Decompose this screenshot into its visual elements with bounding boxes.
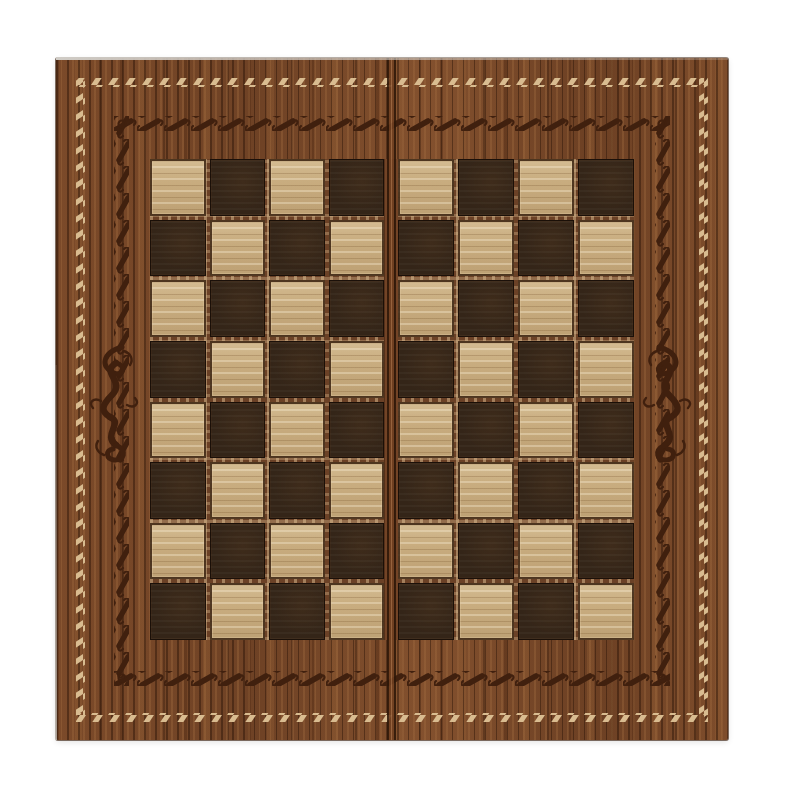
- square-h2[interactable]: [578, 523, 634, 580]
- square-g8[interactable]: [518, 159, 574, 216]
- square-h6[interactable]: [578, 280, 634, 337]
- square-a5[interactable]: [150, 341, 206, 398]
- board-left-edge: [55, 365, 57, 740]
- square-g2[interactable]: [518, 523, 574, 580]
- square-b5[interactable]: [210, 341, 266, 398]
- square-f1[interactable]: [458, 583, 514, 640]
- square-b4[interactable]: [210, 402, 266, 459]
- square-e8[interactable]: [398, 159, 454, 216]
- square-a7[interactable]: [150, 220, 206, 277]
- fold-seam: [387, 58, 396, 740]
- square-c6[interactable]: [269, 280, 325, 337]
- square-g3[interactable]: [518, 462, 574, 519]
- square-a6[interactable]: [150, 280, 206, 337]
- square-e2[interactable]: [398, 523, 454, 580]
- square-a2[interactable]: [150, 523, 206, 580]
- square-f8[interactable]: [458, 159, 514, 216]
- square-f2[interactable]: [458, 523, 514, 580]
- square-c4[interactable]: [269, 402, 325, 459]
- square-d7[interactable]: [329, 220, 385, 277]
- square-d6[interactable]: [329, 280, 385, 337]
- square-d1[interactable]: [329, 583, 385, 640]
- board-left-half: [150, 159, 384, 640]
- square-h5[interactable]: [578, 341, 634, 398]
- square-b1[interactable]: [210, 583, 266, 640]
- square-e7[interactable]: [398, 220, 454, 277]
- square-e6[interactable]: [398, 280, 454, 337]
- square-h7[interactable]: [578, 220, 634, 277]
- square-c5[interactable]: [269, 341, 325, 398]
- chess-board: [56, 58, 728, 740]
- square-d5[interactable]: [329, 341, 385, 398]
- board-top-edge: [56, 57, 728, 60]
- square-c8[interactable]: [269, 159, 325, 216]
- square-h1[interactable]: [578, 583, 634, 640]
- square-b8[interactable]: [210, 159, 266, 216]
- square-e3[interactable]: [398, 462, 454, 519]
- square-g5[interactable]: [518, 341, 574, 398]
- square-a8[interactable]: [150, 159, 206, 216]
- square-b7[interactable]: [210, 220, 266, 277]
- board-right-half: [398, 159, 634, 640]
- square-e1[interactable]: [398, 583, 454, 640]
- square-g4[interactable]: [518, 402, 574, 459]
- square-f4[interactable]: [458, 402, 514, 459]
- square-f7[interactable]: [458, 220, 514, 277]
- square-c2[interactable]: [269, 523, 325, 580]
- square-c3[interactable]: [269, 462, 325, 519]
- square-g6[interactable]: [518, 280, 574, 337]
- square-d2[interactable]: [329, 523, 385, 580]
- square-d4[interactable]: [329, 402, 385, 459]
- square-a4[interactable]: [150, 402, 206, 459]
- photo-background: [0, 0, 800, 800]
- square-d3[interactable]: [329, 462, 385, 519]
- square-b2[interactable]: [210, 523, 266, 580]
- square-h3[interactable]: [578, 462, 634, 519]
- square-b3[interactable]: [210, 462, 266, 519]
- square-a3[interactable]: [150, 462, 206, 519]
- square-e4[interactable]: [398, 402, 454, 459]
- square-f6[interactable]: [458, 280, 514, 337]
- square-b6[interactable]: [210, 280, 266, 337]
- square-e5[interactable]: [398, 341, 454, 398]
- square-f3[interactable]: [458, 462, 514, 519]
- square-d8[interactable]: [329, 159, 385, 216]
- square-h8[interactable]: [578, 159, 634, 216]
- square-g7[interactable]: [518, 220, 574, 277]
- square-a1[interactable]: [150, 583, 206, 640]
- square-c7[interactable]: [269, 220, 325, 277]
- square-g1[interactable]: [518, 583, 574, 640]
- square-c1[interactable]: [269, 583, 325, 640]
- square-h4[interactable]: [578, 402, 634, 459]
- square-f5[interactable]: [458, 341, 514, 398]
